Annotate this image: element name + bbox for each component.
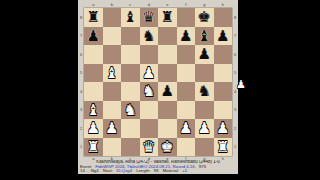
square-h4[interactable] [214,82,233,101]
square-d3[interactable] [140,101,159,120]
square-e5[interactable] [158,64,177,83]
file-labels-top: abcdefgh [84,0,232,8]
square-c5[interactable] [121,64,140,83]
piece-white-rook: ♜ [87,138,100,156]
square-h7[interactable]: ♟ [214,27,233,46]
square-f7[interactable]: ♟ [177,27,196,46]
piece-white-rook: ♜ [216,138,229,156]
square-e8[interactable]: ♜ [158,8,177,27]
file-label-e: e [158,0,177,8]
piece-white-queen: ♛ [142,138,155,156]
piece-black-queen: ♛ [142,8,155,26]
square-g7[interactable]: ♝ [195,27,214,46]
rank-label-6: 6 [232,52,238,57]
square-d4[interactable]: ♞ [140,82,159,101]
piece-white-pawn: ♟ [216,119,229,137]
file-label-c: c [121,0,140,8]
chess-board: ♜♝♛♜♚♟♞♟♝♟♟♝♟♞♟♞♝♞♟♟♟♟♟♜♛♚♜ [84,8,232,156]
material-indicator: ♟ [234,77,248,93]
square-b8[interactable] [103,8,122,27]
square-b2[interactable]: ♟ [103,119,122,138]
square-c2[interactable] [121,119,140,138]
square-a5[interactable] [84,64,103,83]
square-b6[interactable] [103,45,122,64]
piece-black-bishop: ♝ [198,27,211,45]
piece-black-rook: ♜ [87,8,100,26]
square-a2[interactable]: ♟ [84,119,103,138]
file-label-f: f [177,0,196,8]
square-f8[interactable] [177,8,196,27]
event-label: Event: [80,165,92,169]
white-pawn-icon: ♟ [236,78,246,92]
piece-black-rook: ♜ [161,8,174,26]
square-h1[interactable]: ♜ [214,138,233,157]
square-g1[interactable] [195,138,214,157]
square-b7[interactable] [103,27,122,46]
square-a8[interactable]: ♜ [84,8,103,27]
square-b3[interactable] [103,101,122,120]
square-d7[interactable]: ♞ [140,27,159,46]
event-link[interactable]: FideWGP 2024, TbilisiGEO 2024.08.21, Rou… [95,165,196,169]
square-a1[interactable]: ♜ [84,138,103,157]
rank-label-1: 1 [232,144,238,149]
piece-white-bishop: ♝ [87,101,100,119]
square-c1[interactable] [121,138,140,157]
length-value: 93 [154,169,159,173]
piece-white-pawn: ♟ [142,64,155,82]
square-h3[interactable] [214,101,233,120]
piece-white-pawn: ♟ [105,119,118,137]
rank-label-5: 5 [232,70,238,75]
piece-black-pawn: ♟ [179,27,192,45]
rank-label-8: 8 [232,15,238,20]
square-c6[interactable] [121,45,140,64]
piece-white-king: ♚ [161,138,174,156]
file-label-b: b [103,0,122,8]
square-a4[interactable] [84,82,103,101]
square-h8[interactable] [214,8,233,27]
piece-white-pawn: ♟ [87,119,100,137]
square-d5[interactable]: ♟ [140,64,159,83]
square-g4[interactable]: ♞ [195,82,214,101]
square-c7[interactable] [121,27,140,46]
next-move[interactable]: 15.Qxg4 [116,169,132,173]
square-f3[interactable] [177,101,196,120]
rank-label-2: 2 [232,126,238,131]
square-f4[interactable] [177,82,196,101]
piece-white-knight: ♞ [142,82,155,100]
file-label-d: d [140,0,159,8]
square-g8[interactable]: ♚ [195,8,214,27]
file-label-g: g [195,0,214,8]
event-tail: 973 [199,165,206,169]
square-a7[interactable]: ♟ [84,27,103,46]
piece-black-pawn: ♟ [216,27,229,45]
square-a3[interactable]: ♝ [84,101,103,120]
square-e3[interactable] [158,101,177,120]
piece-black-pawn: ♟ [198,45,211,63]
piece-black-pawn: ♟ [87,27,100,45]
piece-white-pawn: ♟ [179,119,192,137]
square-e7[interactable] [158,27,177,46]
file-label-h: h [214,0,233,8]
square-e6[interactable] [158,45,177,64]
length-label: Length: [136,169,150,173]
piece-black-knight: ♞ [198,82,211,100]
square-d2[interactable] [140,119,159,138]
square-e1[interactable]: ♚ [158,138,177,157]
square-f1[interactable] [177,138,196,157]
piece-black-bishop: ♝ [124,8,137,26]
material-label: Material: [163,169,179,173]
piece-black-king: ♚ [198,8,211,26]
square-b5[interactable]: ♝ [103,64,122,83]
square-h5[interactable] [214,64,233,83]
square-g5[interactable] [195,64,214,83]
game-caption: Kashlinskaya, Alina (2472) - Vaishali, R… [79,160,237,174]
material-value: +1 [182,169,187,173]
next-label: Next: [103,169,113,173]
piece-white-bishop: ♝ [105,64,118,82]
square-f2[interactable]: ♟ [177,119,196,138]
square-b1[interactable] [103,138,122,157]
piece-white-pawn: ♟ [198,119,211,137]
square-e2[interactable] [158,119,177,138]
square-c8[interactable]: ♝ [121,8,140,27]
move-played: 14 ... Ng4 [80,169,99,173]
rank-label-7: 7 [232,33,238,38]
square-c4[interactable] [121,82,140,101]
square-g3[interactable] [195,101,214,120]
file-label-a: a [84,0,103,8]
square-g2[interactable]: ♟ [195,119,214,138]
square-d8[interactable]: ♛ [140,8,159,27]
square-f6[interactable] [177,45,196,64]
square-d1[interactable]: ♛ [140,138,159,157]
video-frame: abcdefgh 87654321 ♜♝♛♜♚♟♞♟♝♟♟♝♟♞♟♞♝♞♟♟♟♟… [0,0,320,180]
moves-line: 14 ... Ng4 Next:15.Qxg4 Length:93 Materi… [79,169,237,174]
square-d6[interactable] [140,45,159,64]
square-e4[interactable]: ♟ [158,82,177,101]
square-g6[interactable]: ♟ [195,45,214,64]
chess-viewer-panel: abcdefgh 87654321 ♜♝♛♜♚♟♞♟♝♟♟♝♟♞♟♞♝♞♟♟♟♟… [78,0,238,174]
piece-black-pawn: ♟ [161,82,174,100]
square-h2[interactable]: ♟ [214,119,233,138]
square-c3[interactable]: ♞ [121,101,140,120]
square-f5[interactable] [177,64,196,83]
rank-label-3: 3 [232,107,238,112]
square-a6[interactable] [84,45,103,64]
square-h6[interactable] [214,45,233,64]
piece-black-knight: ♞ [142,27,155,45]
piece-white-knight: ♞ [124,101,137,119]
square-b4[interactable] [103,82,122,101]
